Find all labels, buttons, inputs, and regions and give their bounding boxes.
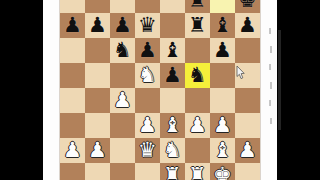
white-rook-e1[interactable]: ♜ — [160, 163, 185, 180]
square-c3[interactable] — [110, 113, 135, 138]
square-b4[interactable] — [85, 88, 110, 113]
square-h8[interactable]: ♚ — [235, 0, 260, 13]
square-e2[interactable]: ♞ — [160, 138, 185, 163]
square-g4[interactable] — [210, 88, 235, 113]
square-f3[interactable]: ♟ — [185, 113, 210, 138]
square-a1[interactable] — [60, 163, 85, 180]
black-bishop-e6[interactable]: ♝ — [160, 38, 185, 63]
square-c6[interactable]: ♞ — [110, 38, 135, 63]
square-h4[interactable] — [235, 88, 260, 113]
square-d8[interactable] — [135, 0, 160, 13]
square-a8[interactable] — [60, 0, 85, 13]
square-h2[interactable]: ♟ — [235, 138, 260, 163]
square-c2[interactable] — [110, 138, 135, 163]
square-b8[interactable] — [85, 0, 110, 13]
black-king-h8[interactable]: ♚ — [235, 0, 260, 13]
square-b7[interactable]: ♟ — [85, 13, 110, 38]
white-king-g1[interactable]: ♚ — [210, 163, 235, 180]
square-d1[interactable] — [135, 163, 160, 180]
right-letterbox-bar — [277, 0, 320, 180]
square-f4[interactable] — [185, 88, 210, 113]
square-g8[interactable] — [210, 0, 235, 13]
black-rook-f7[interactable]: ♜ — [185, 13, 210, 38]
square-d3[interactable]: ♟ — [135, 113, 160, 138]
white-bishop-e3[interactable]: ♝ — [160, 113, 185, 138]
white-queen-d2[interactable]: ♛ — [135, 138, 160, 163]
square-g3[interactable]: ♟ — [210, 113, 235, 138]
square-f6[interactable] — [185, 38, 210, 63]
black-knight-f5[interactable]: ♞ — [185, 63, 210, 88]
white-pawn-f3[interactable]: ♟ — [185, 113, 210, 138]
compression-artifact — [269, 64, 271, 70]
black-pawn-e5[interactable]: ♟ — [160, 63, 185, 88]
white-knight-d5[interactable]: ♞ — [135, 63, 160, 88]
black-pawn-g6[interactable]: ♟ — [210, 38, 235, 63]
square-e6[interactable]: ♝ — [160, 38, 185, 63]
white-pawn-c4[interactable]: ♟ — [110, 88, 135, 113]
square-f5[interactable]: ♞ — [185, 63, 210, 88]
compression-artifact — [278, 30, 281, 130]
white-pawn-a2[interactable]: ♟ — [60, 138, 85, 163]
square-g5[interactable] — [210, 63, 235, 88]
mouse-cursor — [236, 66, 245, 80]
square-c4[interactable]: ♟ — [110, 88, 135, 113]
compression-artifact — [269, 28, 271, 34]
black-pawn-a7[interactable]: ♟ — [60, 13, 85, 38]
black-pawn-d6[interactable]: ♟ — [135, 38, 160, 63]
black-pawn-h7[interactable]: ♟ — [235, 13, 260, 38]
square-d4[interactable] — [135, 88, 160, 113]
black-rook-f8[interactable]: ♜ — [185, 0, 210, 13]
square-g6[interactable]: ♟ — [210, 38, 235, 63]
square-e4[interactable] — [160, 88, 185, 113]
black-bishop-g7[interactable]: ♝ — [210, 13, 235, 38]
white-pawn-h2[interactable]: ♟ — [235, 138, 260, 163]
compression-artifact — [270, 46, 272, 53]
square-b5[interactable] — [85, 63, 110, 88]
black-queen-d7[interactable]: ♛ — [135, 13, 160, 38]
left-letterbox-bar — [0, 0, 43, 180]
square-h1[interactable] — [235, 163, 260, 180]
compression-artifact — [270, 118, 272, 124]
square-e8[interactable] — [160, 0, 185, 13]
square-g1[interactable]: ♚ — [210, 163, 235, 180]
white-pawn-b2[interactable]: ♟ — [85, 138, 110, 163]
compression-artifact — [269, 100, 271, 106]
square-a6[interactable] — [60, 38, 85, 63]
video-frame: ♜♚♟♟♟♛♜♝♟♞♟♝♟♞♟♞♟♟♝♟♟♟♟♛♞♝♟♜♜♚ — [0, 0, 320, 180]
square-b2[interactable]: ♟ — [85, 138, 110, 163]
white-rook-f1[interactable]: ♜ — [185, 163, 210, 180]
black-knight-c6[interactable]: ♞ — [110, 38, 135, 63]
square-g7[interactable]: ♝ — [210, 13, 235, 38]
square-a2[interactable]: ♟ — [60, 138, 85, 163]
square-f1[interactable]: ♜ — [185, 163, 210, 180]
square-c8[interactable] — [110, 0, 135, 13]
square-d5[interactable]: ♞ — [135, 63, 160, 88]
square-h3[interactable] — [235, 113, 260, 138]
black-pawn-b7[interactable]: ♟ — [85, 13, 110, 38]
square-c5[interactable] — [110, 63, 135, 88]
square-e5[interactable]: ♟ — [160, 63, 185, 88]
square-d2[interactable]: ♛ — [135, 138, 160, 163]
square-f2[interactable] — [185, 138, 210, 163]
square-e7[interactable] — [160, 13, 185, 38]
white-pawn-g3[interactable]: ♟ — [210, 113, 235, 138]
square-b6[interactable] — [85, 38, 110, 63]
square-a4[interactable] — [60, 88, 85, 113]
black-pawn-c7[interactable]: ♟ — [110, 13, 135, 38]
white-pawn-d3[interactable]: ♟ — [135, 113, 160, 138]
square-f8[interactable]: ♜ — [185, 0, 210, 13]
square-g2[interactable]: ♝ — [210, 138, 235, 163]
white-knight-e2[interactable]: ♞ — [160, 138, 185, 163]
square-h7[interactable]: ♟ — [235, 13, 260, 38]
square-e1[interactable]: ♜ — [160, 163, 185, 180]
white-bishop-g2[interactable]: ♝ — [210, 138, 235, 163]
square-f7[interactable]: ♜ — [185, 13, 210, 38]
square-h6[interactable] — [235, 38, 260, 63]
square-c1[interactable] — [110, 163, 135, 180]
square-b3[interactable] — [85, 113, 110, 138]
square-b1[interactable] — [85, 163, 110, 180]
square-e3[interactable]: ♝ — [160, 113, 185, 138]
square-d7[interactable]: ♛ — [135, 13, 160, 38]
square-c7[interactable]: ♟ — [110, 13, 135, 38]
compression-artifact — [270, 82, 272, 89]
square-d6[interactable]: ♟ — [135, 38, 160, 63]
square-a3[interactable] — [60, 113, 85, 138]
square-a7[interactable]: ♟ — [60, 13, 85, 38]
square-a5[interactable] — [60, 63, 85, 88]
chess-board[interactable]: ♜♚♟♟♟♛♜♝♟♞♟♝♟♞♟♞♟♟♝♟♟♟♟♛♞♝♟♜♜♚ — [60, 0, 260, 180]
